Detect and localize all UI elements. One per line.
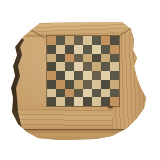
square-c8[interactable] (65, 36, 74, 45)
square-b5[interactable] (56, 62, 65, 71)
board-side-face (14, 129, 142, 143)
square-e7[interactable] (83, 45, 92, 54)
square-a5[interactable] (47, 62, 56, 71)
square-f1[interactable] (92, 97, 101, 106)
chessboard-grid (47, 36, 119, 106)
square-f3[interactable] (92, 80, 101, 89)
square-f6[interactable] (92, 54, 101, 63)
square-d5[interactable] (74, 62, 83, 71)
square-h3[interactable] (110, 80, 119, 89)
square-e6[interactable] (83, 54, 92, 63)
square-d7[interactable] (74, 45, 83, 54)
square-f8[interactable] (92, 36, 101, 45)
square-h8[interactable] (110, 36, 119, 45)
square-g1[interactable] (101, 97, 110, 106)
square-e2[interactable] (83, 89, 92, 98)
square-a1[interactable] (47, 97, 56, 106)
square-h6[interactable] (110, 54, 119, 63)
square-e4[interactable] (83, 71, 92, 80)
square-d3[interactable] (74, 80, 83, 89)
square-c4[interactable] (65, 71, 74, 80)
square-a8[interactable] (47, 36, 56, 45)
olive-wood-chess-board (8, 20, 150, 142)
square-g5[interactable] (101, 62, 110, 71)
square-g2[interactable] (101, 89, 110, 98)
square-h5[interactable] (110, 62, 119, 71)
square-c3[interactable] (65, 80, 74, 89)
square-d8[interactable] (74, 36, 83, 45)
square-b3[interactable] (56, 80, 65, 89)
square-d6[interactable] (74, 54, 83, 63)
square-c2[interactable] (65, 89, 74, 98)
square-d4[interactable] (74, 71, 83, 80)
square-a3[interactable] (47, 80, 56, 89)
square-d2[interactable] (74, 89, 83, 98)
square-a2[interactable] (47, 89, 56, 98)
bark-edge (8, 30, 24, 132)
square-c7[interactable] (65, 45, 74, 54)
square-b4[interactable] (56, 71, 65, 80)
square-h1[interactable] (110, 97, 119, 106)
square-a6[interactable] (47, 54, 56, 63)
square-d1[interactable] (74, 97, 83, 106)
square-h2[interactable] (110, 89, 119, 98)
square-f5[interactable] (92, 62, 101, 71)
miter-seam-top-left (29, 28, 45, 38)
frame-plank-bottom (8, 106, 150, 130)
square-h7[interactable] (110, 45, 119, 54)
square-g4[interactable] (101, 71, 110, 80)
square-b2[interactable] (56, 89, 65, 98)
square-g8[interactable] (101, 36, 110, 45)
square-b7[interactable] (56, 45, 65, 54)
square-c5[interactable] (65, 62, 74, 71)
square-e1[interactable] (83, 97, 92, 106)
square-b6[interactable] (56, 54, 65, 63)
square-e3[interactable] (83, 80, 92, 89)
square-f2[interactable] (92, 89, 101, 98)
square-f4[interactable] (92, 71, 101, 80)
square-h4[interactable] (110, 71, 119, 80)
square-e8[interactable] (83, 36, 92, 45)
square-a4[interactable] (47, 71, 56, 80)
square-c1[interactable] (65, 97, 74, 106)
square-g6[interactable] (101, 54, 110, 63)
square-c6[interactable] (65, 54, 74, 63)
square-g7[interactable] (101, 45, 110, 54)
square-b8[interactable] (56, 36, 65, 45)
square-f7[interactable] (92, 45, 101, 54)
square-g3[interactable] (101, 80, 110, 89)
square-a7[interactable] (47, 45, 56, 54)
square-e5[interactable] (83, 62, 92, 71)
square-b1[interactable] (56, 97, 65, 106)
